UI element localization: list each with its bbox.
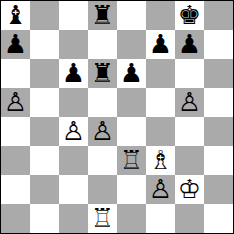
square-c2[interactable] bbox=[59, 175, 88, 204]
black-pawn-icon: ♟ bbox=[149, 31, 172, 57]
square-e7[interactable] bbox=[117, 30, 146, 59]
square-h8[interactable] bbox=[204, 1, 233, 30]
square-a3[interactable] bbox=[1, 146, 30, 175]
white-rook-icon: ♖ bbox=[91, 205, 114, 231]
square-b5[interactable] bbox=[30, 88, 59, 117]
white-pawn-icon: ♙ bbox=[91, 118, 114, 144]
square-h4[interactable] bbox=[204, 117, 233, 146]
chess-board: ♝♜♚♟♟♟♟♜♟♙♙♙♙♖♗♙♔♖ bbox=[0, 0, 234, 234]
square-h5[interactable] bbox=[204, 88, 233, 117]
square-c1[interactable] bbox=[59, 204, 88, 233]
white-pawn-icon: ♙ bbox=[149, 176, 172, 202]
square-c8[interactable] bbox=[59, 1, 88, 30]
white-king-icon: ♔ bbox=[178, 176, 201, 202]
square-a5[interactable]: ♙ bbox=[1, 88, 30, 117]
black-rook-icon: ♜ bbox=[91, 60, 114, 86]
black-pawn-icon: ♟ bbox=[4, 31, 27, 57]
square-g8[interactable]: ♚ bbox=[175, 1, 204, 30]
square-d7[interactable] bbox=[88, 30, 117, 59]
square-g2[interactable]: ♔ bbox=[175, 175, 204, 204]
square-g6[interactable] bbox=[175, 59, 204, 88]
square-b3[interactable] bbox=[30, 146, 59, 175]
square-c5[interactable] bbox=[59, 88, 88, 117]
square-e5[interactable] bbox=[117, 88, 146, 117]
square-f5[interactable] bbox=[146, 88, 175, 117]
square-f4[interactable] bbox=[146, 117, 175, 146]
square-h7[interactable] bbox=[204, 30, 233, 59]
square-c4[interactable]: ♙ bbox=[59, 117, 88, 146]
square-b7[interactable] bbox=[30, 30, 59, 59]
square-e3[interactable]: ♖ bbox=[117, 146, 146, 175]
square-f8[interactable] bbox=[146, 1, 175, 30]
square-c7[interactable] bbox=[59, 30, 88, 59]
square-d2[interactable] bbox=[88, 175, 117, 204]
white-rook-icon: ♖ bbox=[120, 147, 143, 173]
white-pawn-icon: ♙ bbox=[178, 89, 201, 115]
square-d5[interactable] bbox=[88, 88, 117, 117]
square-e8[interactable] bbox=[117, 1, 146, 30]
square-g5[interactable]: ♙ bbox=[175, 88, 204, 117]
square-f6[interactable] bbox=[146, 59, 175, 88]
square-g3[interactable] bbox=[175, 146, 204, 175]
square-c6[interactable]: ♟ bbox=[59, 59, 88, 88]
square-b6[interactable] bbox=[30, 59, 59, 88]
square-f3[interactable]: ♗ bbox=[146, 146, 175, 175]
black-rook-icon: ♜ bbox=[91, 2, 114, 28]
square-e2[interactable] bbox=[117, 175, 146, 204]
square-b8[interactable] bbox=[30, 1, 59, 30]
square-e6[interactable]: ♟ bbox=[117, 59, 146, 88]
black-pawn-icon: ♟ bbox=[178, 31, 201, 57]
square-d6[interactable]: ♜ bbox=[88, 59, 117, 88]
square-g7[interactable]: ♟ bbox=[175, 30, 204, 59]
white-pawn-icon: ♙ bbox=[4, 89, 27, 115]
square-g1[interactable] bbox=[175, 204, 204, 233]
square-a2[interactable] bbox=[1, 175, 30, 204]
black-king-icon: ♚ bbox=[178, 2, 201, 28]
square-a4[interactable] bbox=[1, 117, 30, 146]
white-pawn-icon: ♙ bbox=[62, 118, 85, 144]
square-h2[interactable] bbox=[204, 175, 233, 204]
square-d4[interactable]: ♙ bbox=[88, 117, 117, 146]
square-e1[interactable] bbox=[117, 204, 146, 233]
square-c3[interactable] bbox=[59, 146, 88, 175]
square-f2[interactable]: ♙ bbox=[146, 175, 175, 204]
square-b1[interactable] bbox=[30, 204, 59, 233]
square-a1[interactable] bbox=[1, 204, 30, 233]
square-f1[interactable] bbox=[146, 204, 175, 233]
square-h1[interactable] bbox=[204, 204, 233, 233]
square-h6[interactable] bbox=[204, 59, 233, 88]
square-f7[interactable]: ♟ bbox=[146, 30, 175, 59]
square-d1[interactable]: ♖ bbox=[88, 204, 117, 233]
square-b4[interactable] bbox=[30, 117, 59, 146]
white-bishop-icon: ♗ bbox=[149, 147, 172, 173]
square-e4[interactable] bbox=[117, 117, 146, 146]
black-bishop-icon: ♝ bbox=[4, 2, 27, 28]
square-b2[interactable] bbox=[30, 175, 59, 204]
square-a6[interactable] bbox=[1, 59, 30, 88]
square-a8[interactable]: ♝ bbox=[1, 1, 30, 30]
square-d8[interactable]: ♜ bbox=[88, 1, 117, 30]
square-h3[interactable] bbox=[204, 146, 233, 175]
square-a7[interactable]: ♟ bbox=[1, 30, 30, 59]
black-pawn-icon: ♟ bbox=[120, 60, 143, 86]
square-d3[interactable] bbox=[88, 146, 117, 175]
square-g4[interactable] bbox=[175, 117, 204, 146]
black-pawn-icon: ♟ bbox=[62, 60, 85, 86]
